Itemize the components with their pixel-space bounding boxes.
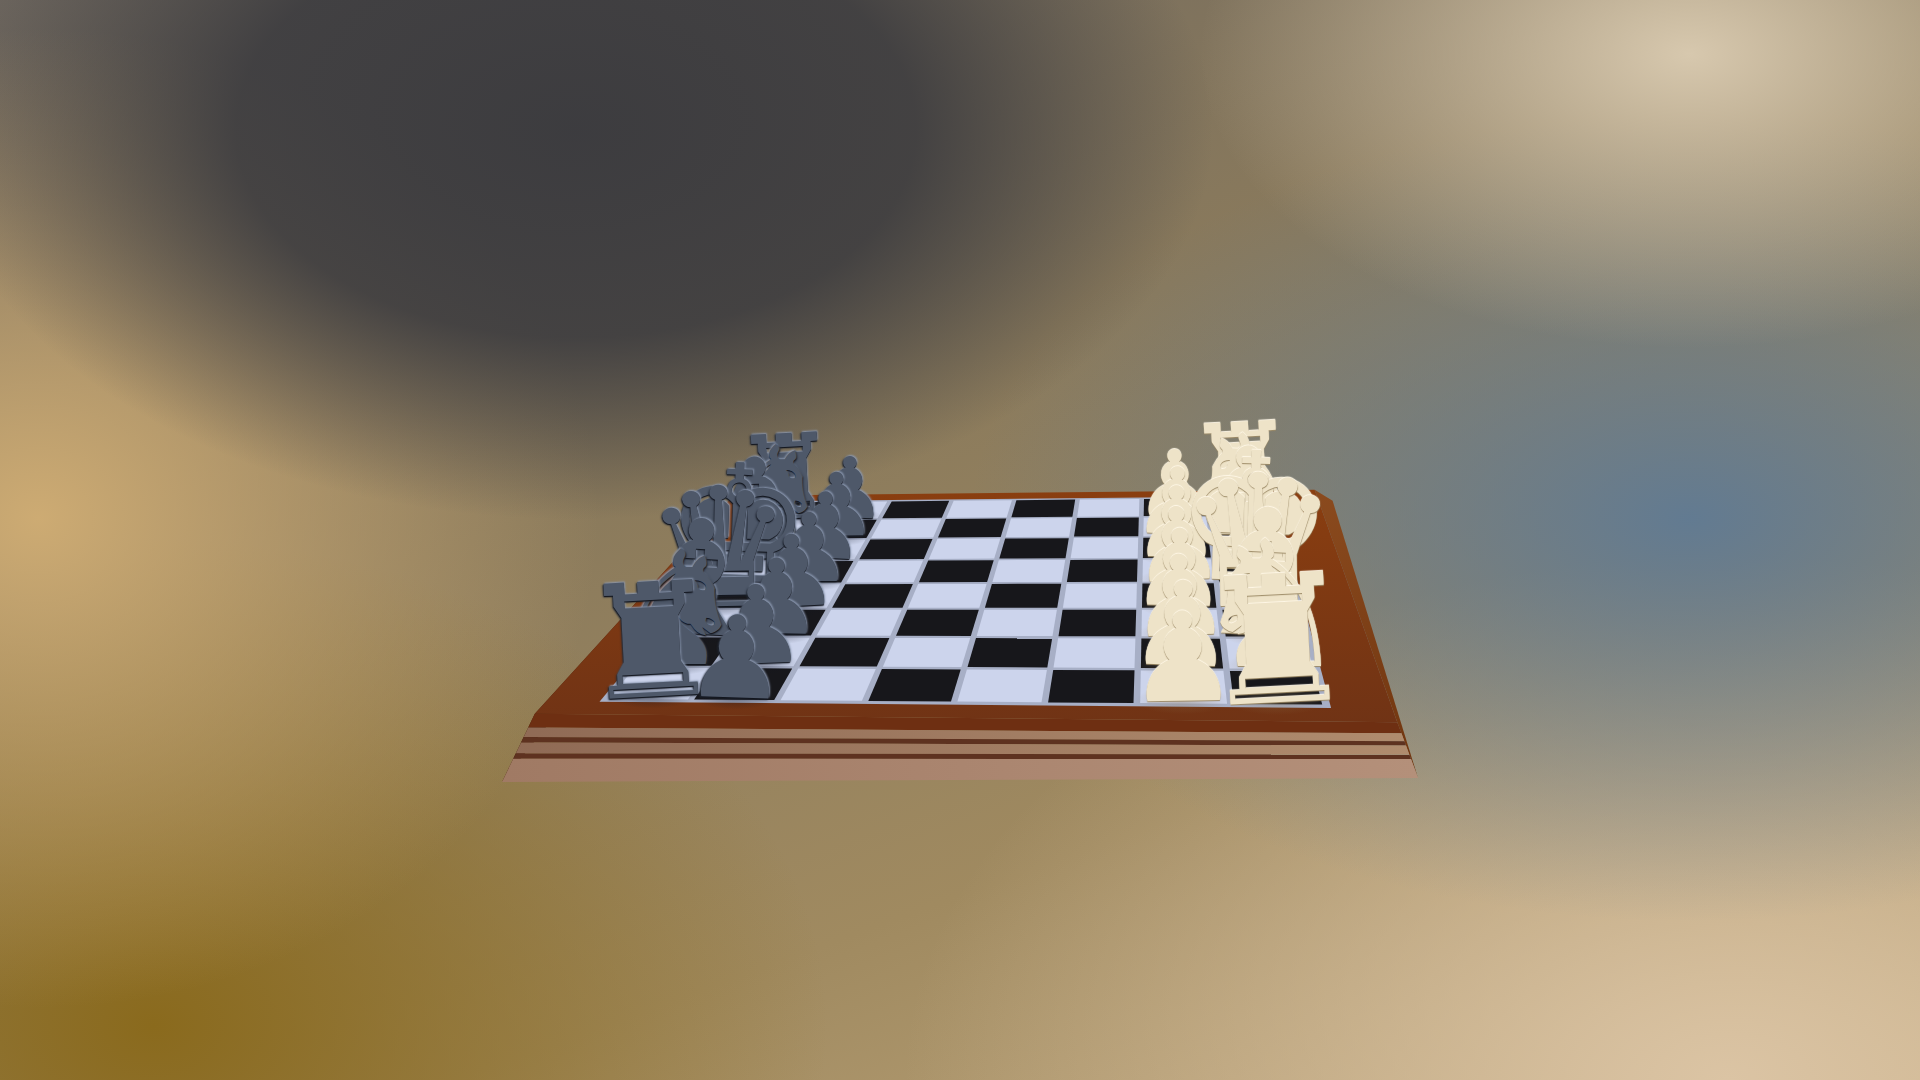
chessboard[interactable] — [0, 0, 1920, 1080]
square-a1 — [1230, 671, 1322, 705]
viewer-canvas[interactable]: ♜♞♝♛♚♝♞♜♟♟♟♟♟♟♟♟♟♟♟♟♟♟♟♟♜♞♝♛♚♝♞♜ — [0, 0, 1920, 1080]
square-a2 — [1140, 670, 1227, 703]
square-h5 — [946, 500, 1012, 518]
square-g1 — [1211, 516, 1279, 535]
square-e4 — [992, 560, 1065, 582]
square-a5 — [868, 669, 960, 702]
square-f6 — [859, 539, 932, 559]
square-b3 — [1054, 638, 1136, 668]
square-g6 — [871, 519, 941, 538]
square-f4 — [999, 538, 1069, 558]
square-c2 — [1142, 610, 1220, 637]
square-b4 — [968, 638, 1053, 667]
square-f5 — [929, 539, 1000, 559]
square-b5 — [883, 638, 970, 667]
square-h2 — [1144, 498, 1206, 516]
square-c4 — [977, 610, 1057, 636]
square-h1 — [1209, 498, 1274, 516]
plinth-step-5 — [502, 759, 1418, 782]
square-a3 — [1048, 670, 1134, 703]
square-c5 — [896, 610, 979, 636]
square-f3 — [1071, 538, 1139, 559]
square-f2 — [1143, 537, 1211, 558]
square-g3 — [1074, 518, 1139, 537]
square-c3 — [1059, 610, 1137, 637]
square-e5 — [919, 560, 994, 582]
square-g4 — [1006, 518, 1073, 537]
square-h7 — [819, 501, 888, 518]
square-e2 — [1143, 559, 1214, 581]
square-b6 — [800, 638, 890, 667]
square-d6 — [832, 584, 913, 608]
square-d3 — [1063, 584, 1137, 608]
square-h6 — [882, 501, 949, 519]
square-c6 — [817, 610, 902, 636]
square-b2 — [1141, 639, 1223, 669]
square-e6 — [846, 561, 923, 583]
square-h3 — [1077, 499, 1139, 517]
square-d1 — [1219, 583, 1298, 608]
square-f1 — [1214, 537, 1285, 558]
square-d2 — [1142, 583, 1216, 607]
square-g2 — [1143, 517, 1208, 536]
square-a4 — [957, 670, 1047, 703]
square-e3 — [1067, 560, 1138, 582]
square-e1 — [1216, 559, 1291, 582]
square-d4 — [985, 584, 1061, 608]
square-h4 — [1011, 500, 1075, 518]
square-d5 — [908, 584, 987, 608]
square-c1 — [1222, 610, 1305, 637]
square-b1 — [1226, 639, 1313, 669]
square-g5 — [938, 519, 1006, 538]
